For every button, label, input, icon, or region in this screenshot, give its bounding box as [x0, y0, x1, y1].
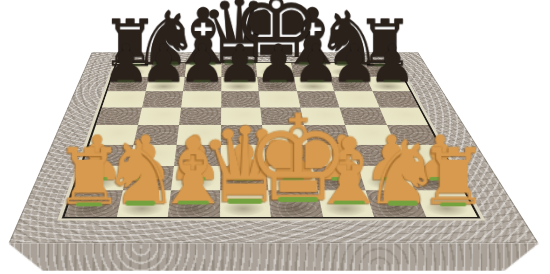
chess-set-photo: ♜♞♝♛♚♝♞♜♟♟♟♟♟♟♟♟♟♟♟♟♟♟♟♟♜♞♝♛♚♝♞♜	[0, 0, 550, 274]
square-e1[interactable]: ♚	[268, 190, 322, 217]
square-h7[interactable]: ♟	[366, 77, 410, 92]
square-a6[interactable]	[102, 91, 145, 107]
board-front-edge	[9, 243, 539, 271]
square-g1[interactable]: ♞	[366, 190, 426, 217]
piece-white-king[interactable]: ♚	[245, 100, 351, 218]
chess-board: ♜♞♝♛♚♝♞♜♟♟♟♟♟♟♟♟♟♟♟♟♟♟♟♟♜♞♝♛♚♝♞♜	[9, 52, 539, 243]
piece-black-pawn[interactable]: ♟	[369, 37, 416, 89]
piece-white-knight[interactable]: ♞	[362, 129, 441, 217]
square-h6[interactable]	[372, 91, 418, 107]
square-b6[interactable]	[142, 91, 184, 107]
playing-field: ♜♞♝♛♚♝♞♜♟♟♟♟♟♟♟♟♟♟♟♟♟♟♟♟♜♞♝♛♚♝♞♜	[62, 62, 481, 218]
